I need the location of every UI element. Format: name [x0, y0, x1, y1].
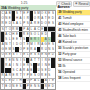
- clue-text: Less frequent: [63, 77, 90, 80]
- clue-number: 55: [58, 65, 62, 68]
- grid-cell[interactable]: S: [51, 42, 54, 47]
- clue-text: Studmuffinish mien: [63, 29, 90, 32]
- grid-cell-black[interactable]: [51, 32, 54, 37]
- clue-number: 39: [58, 11, 62, 14]
- clue-text: Take back: [63, 35, 90, 38]
- grid-cell[interactable]: D: [51, 53, 54, 58]
- clue-number: 41: [58, 17, 62, 20]
- clues-panel-header: Across: [58, 5, 70, 9]
- active-clue-number: 39A: [1, 6, 7, 10]
- clue-text: Party gear: [63, 53, 90, 56]
- clues-panel: Across 39Wedding party41Tumult43Hotel em…: [57, 0, 90, 90]
- grid-cell-black[interactable]: [51, 63, 54, 68]
- clue-text: Scarab's protection: [63, 47, 90, 50]
- clue-number: 43: [58, 23, 62, 26]
- clue-number: 56: [58, 71, 62, 74]
- clue-number: 50: [58, 47, 62, 50]
- clue-number: 45: [58, 29, 62, 32]
- clue-list: 39Wedding party41Tumult43Hotel employee4…: [57, 10, 90, 82]
- grid-cell[interactable]: E: [51, 79, 54, 84]
- grid-cell[interactable]: D: [51, 84, 54, 89]
- clue-number: 53: [58, 59, 62, 62]
- clue-text: Tumult: [63, 17, 90, 20]
- clue-text: Wedding party: [63, 11, 90, 14]
- grid-cell[interactable]: D: [51, 16, 54, 21]
- grid-cell-black[interactable]: [51, 37, 54, 42]
- clue-number: 48: [58, 41, 62, 44]
- grid-cell[interactable]: S: [51, 21, 54, 26]
- clue-number: 46: [58, 35, 62, 38]
- clue-item[interactable]: 58Less frequent: [57, 76, 90, 82]
- clue-number: 52: [58, 53, 62, 56]
- active-clue-text: Wedding party: [8, 6, 29, 10]
- crossword-grid: CABSTEPSMOKESONEHAIRORATEDREDSALPSAREDOE…: [0, 10, 56, 90]
- grid-cell[interactable]: [51, 68, 54, 73]
- clue-text: Mineral source: [63, 59, 90, 62]
- timer: 1:25: [16, 1, 32, 5]
- clue-text: Ilk: [63, 65, 90, 68]
- clue-number: 58: [58, 77, 62, 80]
- grid-cell[interactable]: S: [51, 47, 54, 52]
- crossword-app: 1:25 ✓ Check ◉ Reveal 39A Wedding party …: [0, 0, 90, 90]
- grid-cell[interactable]: [51, 73, 54, 78]
- grid-cell-black[interactable]: [51, 58, 54, 63]
- grid-cell-black[interactable]: [51, 27, 54, 32]
- clue-text: Rained ice: [63, 41, 90, 44]
- clue-text: Operated: [63, 71, 90, 74]
- grid-cell[interactable]: S: [51, 11, 54, 16]
- clue-text: Hotel employee: [63, 23, 90, 26]
